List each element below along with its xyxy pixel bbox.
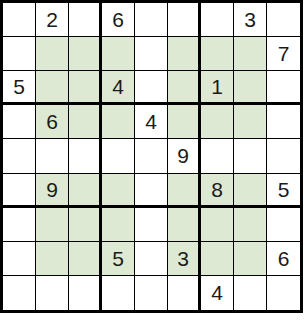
- cell-r3c3[interactable]: [69, 71, 102, 105]
- cell-r9c7[interactable]: 4: [201, 276, 234, 310]
- cell-r3c4[interactable]: 4: [102, 71, 135, 105]
- cell-r8c9[interactable]: 6: [267, 242, 300, 276]
- cell-r9c5[interactable]: [135, 276, 168, 310]
- cell-r9c3[interactable]: [69, 276, 102, 310]
- cell-r3c9[interactable]: [267, 71, 300, 105]
- cell-r5c6[interactable]: 9: [168, 139, 201, 173]
- cell-r4c9[interactable]: [267, 105, 300, 139]
- cell-r4c1[interactable]: [3, 105, 36, 139]
- cell-r1c8[interactable]: 3: [234, 3, 267, 37]
- cell-r6c9[interactable]: 5: [267, 174, 300, 208]
- cell-r1c9[interactable]: [267, 3, 300, 37]
- cell-r9c8[interactable]: [234, 276, 267, 310]
- cell-r4c2[interactable]: 6: [36, 105, 69, 139]
- cell-r6c1[interactable]: [3, 174, 36, 208]
- cell-r9c2[interactable]: [36, 276, 69, 310]
- sudoku-page: 26375416499855364: [0, 0, 304, 320]
- cell-r8c2[interactable]: [36, 242, 69, 276]
- cell-r8c8[interactable]: [234, 242, 267, 276]
- cell-r7c7[interactable]: [201, 208, 234, 242]
- cell-r2c8[interactable]: [234, 37, 267, 71]
- cell-r5c7[interactable]: [201, 139, 234, 173]
- cell-r4c3[interactable]: [69, 105, 102, 139]
- cell-r1c1[interactable]: [3, 3, 36, 37]
- cell-r6c5[interactable]: [135, 174, 168, 208]
- cell-r2c2[interactable]: [36, 37, 69, 71]
- cell-r5c8[interactable]: [234, 139, 267, 173]
- cell-r4c7[interactable]: [201, 105, 234, 139]
- cell-r5c5[interactable]: [135, 139, 168, 173]
- cell-r8c1[interactable]: [3, 242, 36, 276]
- cell-r9c9[interactable]: [267, 276, 300, 310]
- cell-r3c2[interactable]: [36, 71, 69, 105]
- cell-r3c1[interactable]: 5: [3, 71, 36, 105]
- cell-r5c2[interactable]: [36, 139, 69, 173]
- cell-r7c1[interactable]: [3, 208, 36, 242]
- cell-r7c9[interactable]: [267, 208, 300, 242]
- cell-r2c9[interactable]: 7: [267, 37, 300, 71]
- cell-r6c4[interactable]: [102, 174, 135, 208]
- cell-r3c5[interactable]: [135, 71, 168, 105]
- cell-r4c8[interactable]: [234, 105, 267, 139]
- cell-r2c3[interactable]: [69, 37, 102, 71]
- cell-r5c9[interactable]: [267, 139, 300, 173]
- cell-r1c6[interactable]: [168, 3, 201, 37]
- cell-r2c7[interactable]: [201, 37, 234, 71]
- cell-r7c4[interactable]: [102, 208, 135, 242]
- cell-r2c4[interactable]: [102, 37, 135, 71]
- cell-r5c1[interactable]: [3, 139, 36, 173]
- cell-r7c5[interactable]: [135, 208, 168, 242]
- cell-r7c8[interactable]: [234, 208, 267, 242]
- cell-r1c7[interactable]: [201, 3, 234, 37]
- cell-r8c4[interactable]: 5: [102, 242, 135, 276]
- cell-r8c7[interactable]: [201, 242, 234, 276]
- cell-r1c3[interactable]: [69, 3, 102, 37]
- cell-r4c5[interactable]: 4: [135, 105, 168, 139]
- cell-r7c3[interactable]: [69, 208, 102, 242]
- cell-r1c5[interactable]: [135, 3, 168, 37]
- cell-r6c8[interactable]: [234, 174, 267, 208]
- cell-r8c3[interactable]: [69, 242, 102, 276]
- cell-r6c3[interactable]: [69, 174, 102, 208]
- cell-r2c5[interactable]: [135, 37, 168, 71]
- cell-r5c4[interactable]: [102, 139, 135, 173]
- cell-r6c7[interactable]: 8: [201, 174, 234, 208]
- cell-r3c7[interactable]: 1: [201, 71, 234, 105]
- cell-r2c6[interactable]: [168, 37, 201, 71]
- cell-r6c6[interactable]: [168, 174, 201, 208]
- cell-r6c2[interactable]: 9: [36, 174, 69, 208]
- cell-r9c4[interactable]: [102, 276, 135, 310]
- cell-r3c8[interactable]: [234, 71, 267, 105]
- cell-r7c6[interactable]: [168, 208, 201, 242]
- sudoku-board: 26375416499855364: [0, 0, 303, 313]
- cell-r1c2[interactable]: 2: [36, 3, 69, 37]
- cell-r9c1[interactable]: [3, 276, 36, 310]
- cell-r5c3[interactable]: [69, 139, 102, 173]
- cell-r1c4[interactable]: 6: [102, 3, 135, 37]
- cell-r8c5[interactable]: [135, 242, 168, 276]
- cell-r3c6[interactable]: [168, 71, 201, 105]
- cell-r7c2[interactable]: [36, 208, 69, 242]
- cell-r4c6[interactable]: [168, 105, 201, 139]
- cell-r2c1[interactable]: [3, 37, 36, 71]
- cell-r9c6[interactable]: [168, 276, 201, 310]
- cell-r4c4[interactable]: [102, 105, 135, 139]
- cell-r8c6[interactable]: 3: [168, 242, 201, 276]
